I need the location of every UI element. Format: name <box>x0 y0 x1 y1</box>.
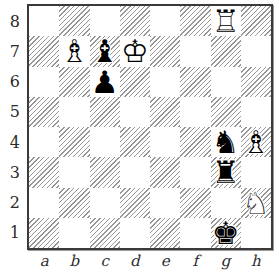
square-b7[interactable]: ♝♗ <box>59 36 89 66</box>
piece-glyph: ♜ <box>211 157 241 187</box>
square-h6[interactable] <box>241 67 271 97</box>
rank-label-7: 7 <box>0 36 22 66</box>
square-h7[interactable] <box>241 36 271 66</box>
piece-glyph: ♔ <box>120 36 150 66</box>
square-c3[interactable] <box>90 157 120 187</box>
square-a2[interactable] <box>29 188 59 218</box>
white-knight-h2[interactable]: ♞♘ <box>241 188 271 218</box>
square-e7[interactable] <box>150 36 180 66</box>
square-e8[interactable] <box>150 6 180 36</box>
square-d4[interactable] <box>120 127 150 157</box>
square-h2[interactable]: ♞♘ <box>241 188 271 218</box>
square-h5[interactable] <box>241 97 271 127</box>
square-a5[interactable] <box>29 97 59 127</box>
square-c1[interactable] <box>90 218 120 248</box>
file-labels: abcdefgh <box>29 252 271 274</box>
file-label-b: b <box>59 252 89 274</box>
square-h4[interactable]: ♝♗ <box>241 127 271 157</box>
square-e4[interactable] <box>150 127 180 157</box>
black-rook-g3[interactable]: ♜♜ <box>211 157 241 187</box>
rank-label-2: 2 <box>0 188 22 218</box>
piece-glyph: ♗ <box>59 36 89 66</box>
rank-label-6: 6 <box>0 67 22 97</box>
rank-label-5: 5 <box>0 97 22 127</box>
piece-glyph: ♖ <box>211 6 241 36</box>
square-d1[interactable] <box>120 218 150 248</box>
square-a4[interactable] <box>29 127 59 157</box>
square-d5[interactable] <box>120 97 150 127</box>
square-c6[interactable]: ♟♟ <box>90 67 120 97</box>
black-bishop-c7[interactable]: ♝♝ <box>90 36 120 66</box>
file-label-a: a <box>29 252 59 274</box>
square-g3[interactable]: ♜♜ <box>211 157 241 187</box>
piece-glyph: ♝ <box>90 36 120 66</box>
piece-glyph: ♘ <box>241 188 271 218</box>
square-c4[interactable] <box>90 127 120 157</box>
square-b6[interactable] <box>59 67 89 97</box>
file-label-f: f <box>180 252 210 274</box>
piece-glyph: ♗ <box>241 127 271 157</box>
square-h1[interactable] <box>241 218 271 248</box>
square-a6[interactable] <box>29 67 59 97</box>
square-g8[interactable]: ♜♖ <box>211 6 241 36</box>
white-king-d7[interactable]: ♚♔ <box>120 36 150 66</box>
square-b1[interactable] <box>59 218 89 248</box>
square-b8[interactable] <box>59 6 89 36</box>
piece-glyph: ♟ <box>90 67 120 97</box>
square-f2[interactable] <box>180 188 210 218</box>
chess-diagram-page: 87654321 ♜♖♝♗♝♝♚♔♟♟♞♞♝♗♜♜♞♘♚♚ abcdefgh <box>0 0 279 279</box>
square-b5[interactable] <box>59 97 89 127</box>
file-label-c: c <box>90 252 120 274</box>
square-f6[interactable] <box>180 67 210 97</box>
square-h3[interactable] <box>241 157 271 187</box>
black-pawn-c6[interactable]: ♟♟ <box>90 67 120 97</box>
square-b2[interactable] <box>59 188 89 218</box>
chess-board: ♜♖♝♗♝♝♚♔♟♟♞♞♝♗♜♜♞♘♚♚ <box>27 4 273 250</box>
piece-glyph: ♞ <box>211 127 241 157</box>
square-f8[interactable] <box>180 6 210 36</box>
square-f4[interactable] <box>180 127 210 157</box>
square-a7[interactable] <box>29 36 59 66</box>
file-label-e: e <box>150 252 180 274</box>
white-bishop-h4[interactable]: ♝♗ <box>241 127 271 157</box>
square-e3[interactable] <box>150 157 180 187</box>
square-e1[interactable] <box>150 218 180 248</box>
black-king-g1[interactable]: ♚♚ <box>211 218 241 248</box>
black-knight-g4[interactable]: ♞♞ <box>211 127 241 157</box>
square-f1[interactable] <box>180 218 210 248</box>
square-g2[interactable] <box>211 188 241 218</box>
square-g1[interactable]: ♚♚ <box>211 218 241 248</box>
file-label-g: g <box>211 252 241 274</box>
square-a1[interactable] <box>29 218 59 248</box>
square-e6[interactable] <box>150 67 180 97</box>
file-label-h: h <box>241 252 271 274</box>
square-b4[interactable] <box>59 127 89 157</box>
rank-label-3: 3 <box>0 157 22 187</box>
square-a8[interactable] <box>29 6 59 36</box>
square-g7[interactable] <box>211 36 241 66</box>
square-h8[interactable] <box>241 6 271 36</box>
file-label-d: d <box>120 252 150 274</box>
square-f7[interactable] <box>180 36 210 66</box>
square-g5[interactable] <box>211 97 241 127</box>
square-g4[interactable]: ♞♞ <box>211 127 241 157</box>
square-d2[interactable] <box>120 188 150 218</box>
square-f3[interactable] <box>180 157 210 187</box>
square-d3[interactable] <box>120 157 150 187</box>
square-c8[interactable] <box>90 6 120 36</box>
square-c7[interactable]: ♝♝ <box>90 36 120 66</box>
square-g6[interactable] <box>211 67 241 97</box>
white-rook-g8[interactable]: ♜♖ <box>211 6 241 36</box>
square-d7[interactable]: ♚♔ <box>120 36 150 66</box>
square-a3[interactable] <box>29 157 59 187</box>
square-c5[interactable] <box>90 97 120 127</box>
rank-labels: 87654321 <box>0 6 22 248</box>
rank-label-4: 4 <box>0 127 22 157</box>
square-d6[interactable] <box>120 67 150 97</box>
square-f5[interactable] <box>180 97 210 127</box>
square-e5[interactable] <box>150 97 180 127</box>
rank-label-1: 1 <box>0 218 22 248</box>
square-d8[interactable] <box>120 6 150 36</box>
square-b3[interactable] <box>59 157 89 187</box>
piece-glyph: ♚ <box>211 218 241 248</box>
square-e2[interactable] <box>150 188 180 218</box>
rank-label-8: 8 <box>0 6 22 36</box>
white-bishop-b7[interactable]: ♝♗ <box>59 36 89 66</box>
square-c2[interactable] <box>90 188 120 218</box>
